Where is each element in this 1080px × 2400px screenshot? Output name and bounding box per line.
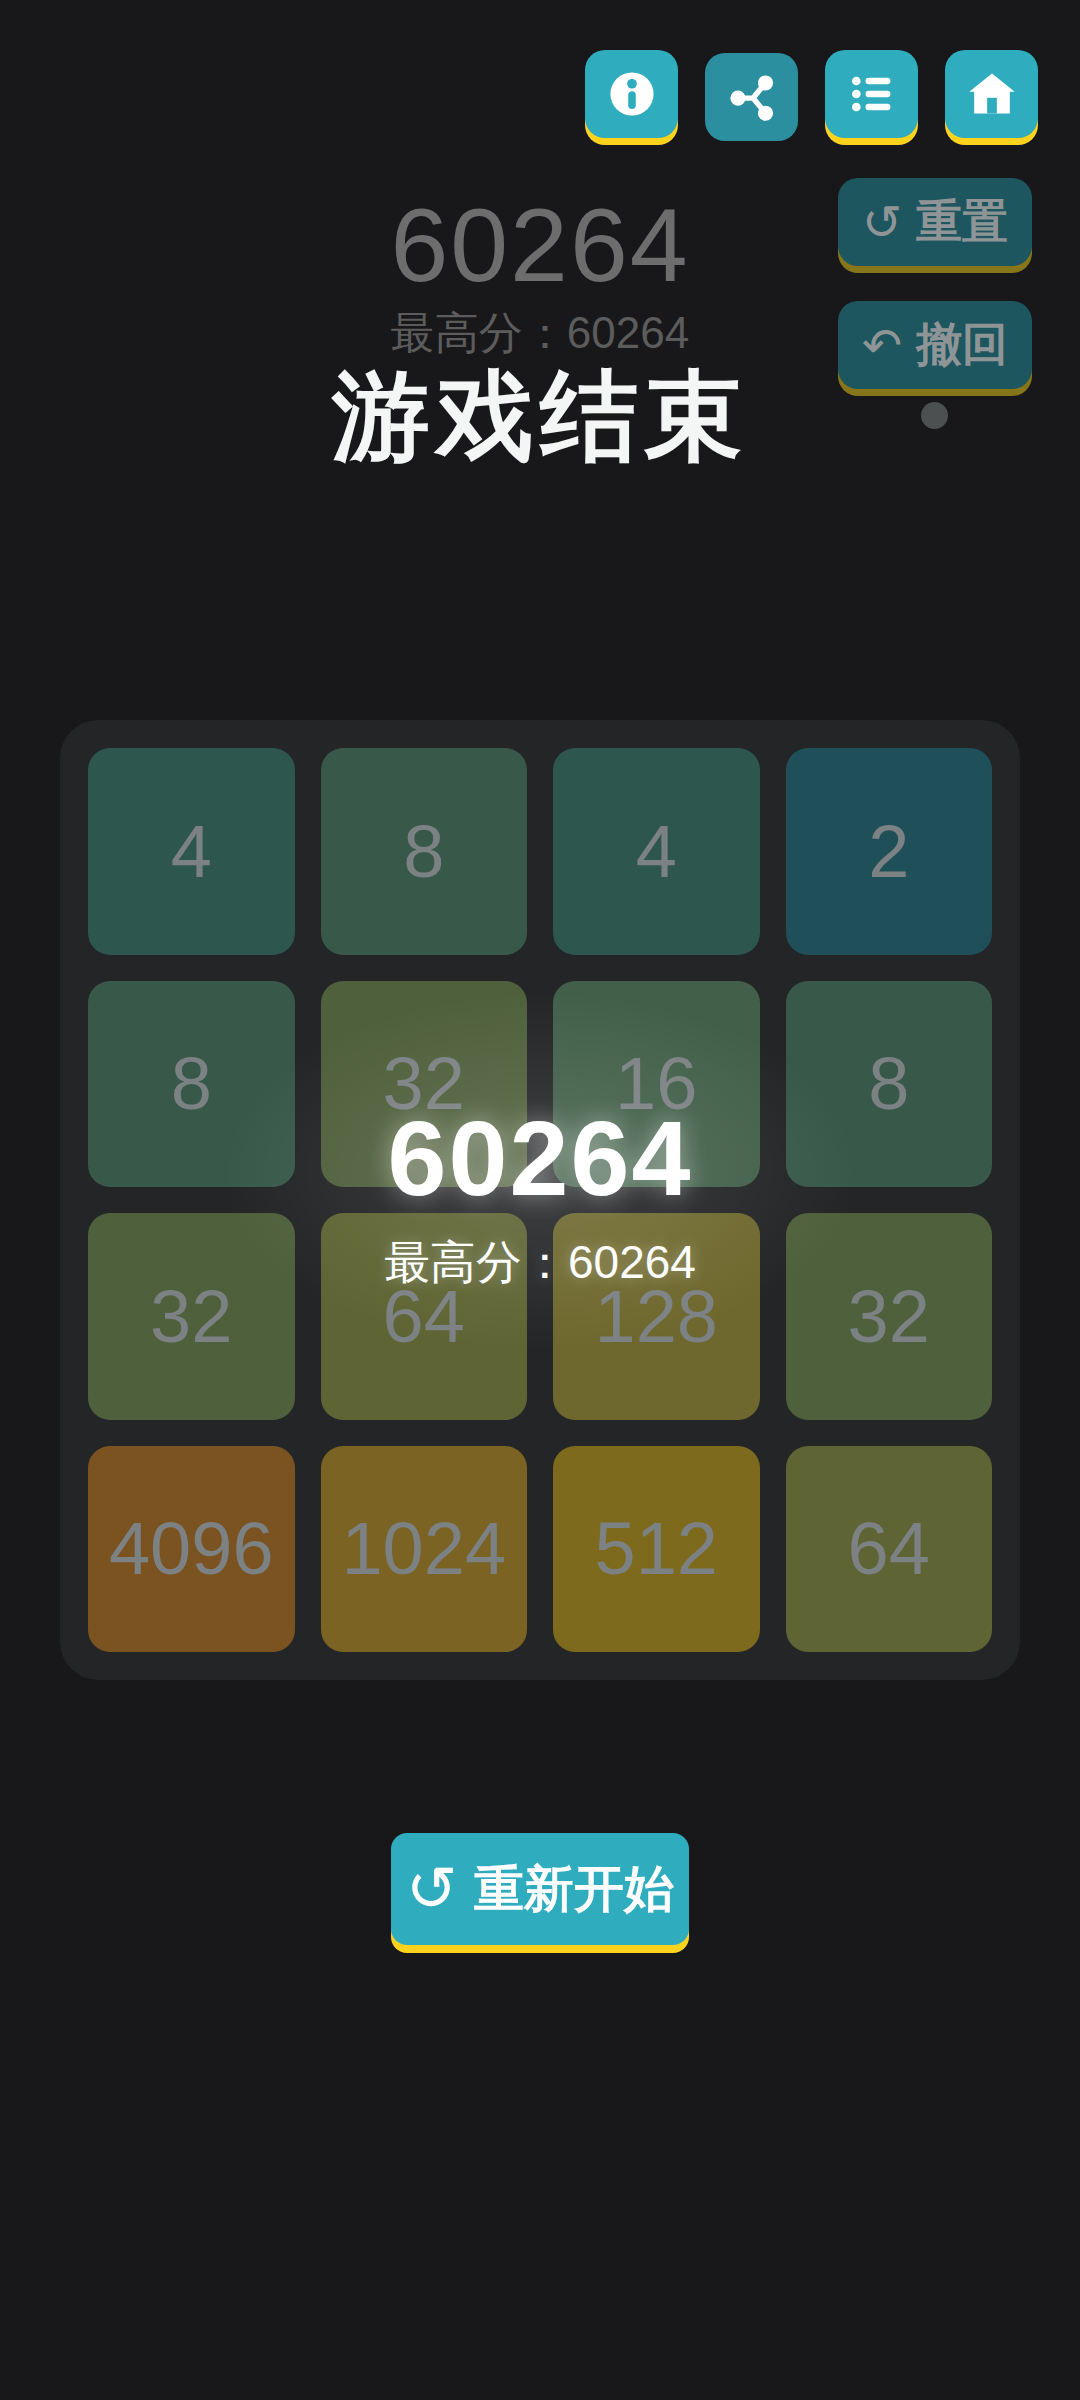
overlay-score: 60264 bbox=[0, 1098, 1080, 1219]
toolbar bbox=[585, 50, 1038, 138]
undo-icon: ↶ bbox=[862, 321, 902, 369]
undo-label: 撤回 bbox=[916, 314, 1008, 376]
reset-button[interactable]: ↺ 重置 bbox=[838, 178, 1032, 266]
list-icon bbox=[845, 67, 899, 121]
restart-icon: ↺ bbox=[406, 1858, 458, 1920]
restart-label: 重新开始 bbox=[474, 1856, 674, 1923]
tile-512: 512 bbox=[553, 1446, 760, 1653]
tile-4: 4 bbox=[88, 748, 295, 955]
list-button[interactable] bbox=[825, 50, 918, 138]
home-button[interactable] bbox=[945, 50, 1038, 138]
tile-64: 64 bbox=[786, 1446, 993, 1653]
reset-icon: ↺ bbox=[862, 198, 902, 246]
share-icon bbox=[725, 70, 779, 124]
tile-4096: 4096 bbox=[88, 1446, 295, 1653]
overlay-best-score: 最高分：60264 bbox=[0, 1232, 1080, 1294]
page-indicator-dot bbox=[921, 402, 948, 429]
info-button[interactable] bbox=[585, 50, 678, 138]
tile-4: 4 bbox=[553, 748, 760, 955]
reset-label: 重置 bbox=[916, 191, 1008, 253]
restart-button[interactable]: ↺ 重新开始 bbox=[391, 1833, 689, 1945]
tile-2: 2 bbox=[786, 748, 993, 955]
tile-8: 8 bbox=[321, 748, 528, 955]
share-button[interactable] bbox=[705, 53, 798, 141]
home-icon bbox=[965, 67, 1019, 121]
undo-button[interactable]: ↶ 撤回 bbox=[838, 301, 1032, 389]
tile-1024: 1024 bbox=[321, 1446, 528, 1653]
info-icon bbox=[605, 67, 659, 121]
